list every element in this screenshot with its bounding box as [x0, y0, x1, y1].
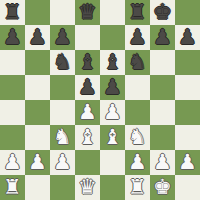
square-b4[interactable] [25, 100, 50, 125]
black-bishop-d6[interactable]: ♝ [75, 50, 100, 75]
black-pawn-f7[interactable]: ♟ [125, 25, 150, 50]
square-a3[interactable] [0, 125, 25, 150]
white-rook-a1[interactable]: ♜ [0, 175, 25, 200]
black-knight-c6[interactable]: ♞ [50, 50, 75, 75]
black-pawn-h7[interactable]: ♟ [175, 25, 200, 50]
black-bishop-e6[interactable]: ♝ [100, 50, 125, 75]
square-c7[interactable]: ♟ [50, 25, 75, 50]
black-pawn-d5[interactable]: ♟ [75, 75, 100, 100]
square-b8[interactable] [25, 0, 50, 25]
white-pawn-f2[interactable]: ♟ [125, 150, 150, 175]
square-h4[interactable] [175, 100, 200, 125]
black-pawn-e5[interactable]: ♟ [100, 75, 125, 100]
square-a8[interactable]: ♜ [0, 0, 25, 25]
white-knight-f3[interactable]: ♞ [125, 125, 150, 150]
square-e3[interactable]: ♝ [100, 125, 125, 150]
square-h7[interactable]: ♟ [175, 25, 200, 50]
square-d6[interactable]: ♝ [75, 50, 100, 75]
square-d3[interactable]: ♝ [75, 125, 100, 150]
square-c4[interactable] [50, 100, 75, 125]
square-e4[interactable]: ♟ [100, 100, 125, 125]
square-d7[interactable] [75, 25, 100, 50]
square-h3[interactable] [175, 125, 200, 150]
square-a5[interactable] [0, 75, 25, 100]
square-f3[interactable]: ♞ [125, 125, 150, 150]
square-d5[interactable]: ♟ [75, 75, 100, 100]
square-b3[interactable] [25, 125, 50, 150]
square-f1[interactable]: ♜ [125, 175, 150, 200]
square-e7[interactable] [100, 25, 125, 50]
white-pawn-h2[interactable]: ♟ [175, 150, 200, 175]
white-king-g1[interactable]: ♚ [150, 175, 175, 200]
black-rook-f8[interactable]: ♜ [125, 0, 150, 25]
black-pawn-c7[interactable]: ♟ [50, 25, 75, 50]
square-d8[interactable]: ♛ [75, 0, 100, 25]
square-a6[interactable] [0, 50, 25, 75]
white-pawn-b2[interactable]: ♟ [25, 150, 50, 175]
square-g1[interactable]: ♚ [150, 175, 175, 200]
square-h2[interactable]: ♟ [175, 150, 200, 175]
white-pawn-a2[interactable]: ♟ [0, 150, 25, 175]
square-c8[interactable] [50, 0, 75, 25]
square-d2[interactable] [75, 150, 100, 175]
square-e1[interactable] [100, 175, 125, 200]
square-c2[interactable]: ♟ [50, 150, 75, 175]
white-rook-f1[interactable]: ♜ [125, 175, 150, 200]
square-h8[interactable] [175, 0, 200, 25]
square-c5[interactable] [50, 75, 75, 100]
white-queen-d1[interactable]: ♛ [75, 175, 100, 200]
square-c6[interactable]: ♞ [50, 50, 75, 75]
chess-board: ♜♛♜♚♟♟♟♟♟♟♞♝♝♞♟♟♟♟♞♝♝♞♟♟♟♟♟♟♜♛♜♚ [0, 0, 200, 200]
square-g4[interactable] [150, 100, 175, 125]
square-g7[interactable]: ♟ [150, 25, 175, 50]
square-e6[interactable]: ♝ [100, 50, 125, 75]
square-g5[interactable] [150, 75, 175, 100]
square-h6[interactable] [175, 50, 200, 75]
square-b6[interactable] [25, 50, 50, 75]
black-queen-d8[interactable]: ♛ [75, 0, 100, 25]
square-f6[interactable]: ♞ [125, 50, 150, 75]
square-g8[interactable]: ♚ [150, 0, 175, 25]
square-b5[interactable] [25, 75, 50, 100]
square-d4[interactable]: ♟ [75, 100, 100, 125]
square-a2[interactable]: ♟ [0, 150, 25, 175]
black-rook-a8[interactable]: ♜ [0, 0, 25, 25]
black-pawn-b7[interactable]: ♟ [25, 25, 50, 50]
square-e2[interactable] [100, 150, 125, 175]
square-g3[interactable] [150, 125, 175, 150]
square-g2[interactable]: ♟ [150, 150, 175, 175]
square-a4[interactable] [0, 100, 25, 125]
white-pawn-g2[interactable]: ♟ [150, 150, 175, 175]
square-e8[interactable] [100, 0, 125, 25]
square-a1[interactable]: ♜ [0, 175, 25, 200]
square-h1[interactable] [175, 175, 200, 200]
white-bishop-d3[interactable]: ♝ [75, 125, 100, 150]
square-d1[interactable]: ♛ [75, 175, 100, 200]
white-pawn-e4[interactable]: ♟ [100, 100, 125, 125]
white-bishop-e3[interactable]: ♝ [100, 125, 125, 150]
black-pawn-a7[interactable]: ♟ [0, 25, 25, 50]
black-king-g8[interactable]: ♚ [150, 0, 175, 25]
square-c1[interactable] [50, 175, 75, 200]
square-f4[interactable] [125, 100, 150, 125]
white-knight-c3[interactable]: ♞ [50, 125, 75, 150]
square-h5[interactable] [175, 75, 200, 100]
square-e5[interactable]: ♟ [100, 75, 125, 100]
square-f5[interactable] [125, 75, 150, 100]
square-f7[interactable]: ♟ [125, 25, 150, 50]
square-a7[interactable]: ♟ [0, 25, 25, 50]
black-pawn-g7[interactable]: ♟ [150, 25, 175, 50]
black-knight-f6[interactable]: ♞ [125, 50, 150, 75]
square-b7[interactable]: ♟ [25, 25, 50, 50]
square-f8[interactable]: ♜ [125, 0, 150, 25]
square-b1[interactable] [25, 175, 50, 200]
square-b2[interactable]: ♟ [25, 150, 50, 175]
white-pawn-d4[interactable]: ♟ [75, 100, 100, 125]
square-c3[interactable]: ♞ [50, 125, 75, 150]
square-f2[interactable]: ♟ [125, 150, 150, 175]
square-g6[interactable] [150, 50, 175, 75]
white-pawn-c2[interactable]: ♟ [50, 150, 75, 175]
